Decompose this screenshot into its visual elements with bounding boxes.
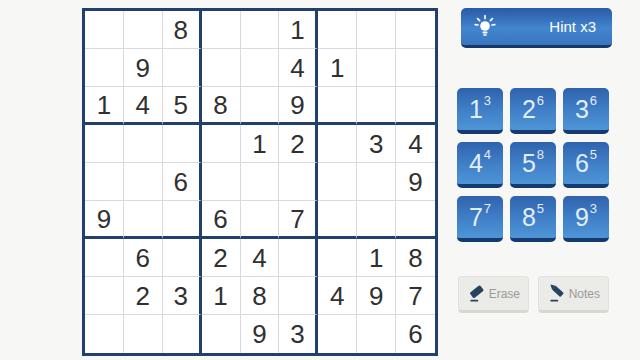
cell-r2c6[interactable]: 4 bbox=[279, 49, 318, 87]
cell-r1c5[interactable] bbox=[241, 11, 280, 49]
cell-r9c7[interactable] bbox=[318, 315, 357, 353]
numpad-remaining-count: 4 bbox=[484, 148, 491, 161]
cell-r3c1[interactable]: 1 bbox=[85, 87, 124, 125]
hint-button[interactable]: Hint x3 bbox=[461, 8, 612, 48]
numpad-button-5[interactable]: 58 bbox=[510, 142, 556, 188]
cell-r8c4[interactable]: 1 bbox=[202, 277, 241, 315]
numpad-button-2[interactable]: 26 bbox=[510, 88, 556, 134]
cell-r9c2[interactable] bbox=[124, 315, 163, 353]
cell-r7c9[interactable]: 8 bbox=[396, 239, 435, 277]
cell-r9c3[interactable] bbox=[163, 315, 202, 353]
numpad-digit: 6 bbox=[575, 151, 589, 176]
numpad-button-6[interactable]: 65 bbox=[563, 142, 609, 188]
cell-r9c9[interactable]: 6 bbox=[396, 315, 435, 353]
cell-r6c5[interactable] bbox=[241, 201, 280, 239]
number-pad: 132636445865778593 bbox=[457, 88, 609, 242]
cell-r7c1[interactable] bbox=[85, 239, 124, 277]
cell-r9c6[interactable]: 3 bbox=[279, 315, 318, 353]
cell-r3c8[interactable] bbox=[357, 87, 396, 125]
cell-r1c3[interactable]: 8 bbox=[163, 11, 202, 49]
hint-label: Hint x3 bbox=[549, 18, 596, 35]
cell-r3c7[interactable] bbox=[318, 87, 357, 125]
numpad-digit: 4 bbox=[469, 151, 483, 176]
cell-r3c3[interactable]: 5 bbox=[163, 87, 202, 125]
lightbulb-icon bbox=[473, 15, 497, 39]
cell-r7c7[interactable] bbox=[318, 239, 357, 277]
cell-r4c9[interactable]: 4 bbox=[396, 125, 435, 163]
numpad-digit: 7 bbox=[469, 205, 483, 230]
cell-r6c8[interactable] bbox=[357, 201, 396, 239]
numpad-button-4[interactable]: 44 bbox=[457, 142, 503, 188]
cell-r8c9[interactable]: 7 bbox=[396, 277, 435, 315]
cell-r2c7[interactable]: 1 bbox=[318, 49, 357, 87]
cell-r7c5[interactable]: 4 bbox=[241, 239, 280, 277]
cell-r3c9[interactable] bbox=[396, 87, 435, 125]
cell-r3c2[interactable]: 4 bbox=[124, 87, 163, 125]
cell-r5c3[interactable]: 6 bbox=[163, 163, 202, 201]
cell-r7c3[interactable] bbox=[163, 239, 202, 277]
numpad-remaining-count: 3 bbox=[590, 202, 597, 215]
numpad-digit: 9 bbox=[575, 205, 589, 230]
numpad-digit: 5 bbox=[522, 151, 536, 176]
numpad-button-7[interactable]: 77 bbox=[457, 196, 503, 242]
eraser-icon bbox=[466, 282, 489, 306]
notes-button[interactable]: Notes bbox=[538, 276, 609, 313]
cell-r5c5[interactable] bbox=[241, 163, 280, 201]
cell-r3c6[interactable]: 9 bbox=[279, 87, 318, 125]
sudoku-board: 8194114589123469967624182318497936 bbox=[82, 8, 438, 356]
cell-r1c1[interactable] bbox=[85, 11, 124, 49]
numpad-button-9[interactable]: 93 bbox=[563, 196, 609, 242]
cell-r1c8[interactable] bbox=[357, 11, 396, 49]
cell-r5c7[interactable] bbox=[318, 163, 357, 201]
cell-r5c4[interactable] bbox=[202, 163, 241, 201]
numpad-remaining-count: 5 bbox=[537, 202, 544, 215]
numpad-remaining-count: 3 bbox=[484, 94, 491, 107]
cell-r9c5[interactable]: 9 bbox=[241, 315, 280, 353]
numpad-remaining-count: 8 bbox=[537, 148, 544, 161]
numpad-button-3[interactable]: 36 bbox=[563, 88, 609, 134]
cell-r6c2[interactable] bbox=[124, 201, 163, 239]
cell-r7c8[interactable]: 1 bbox=[357, 239, 396, 277]
cell-r8c5[interactable]: 8 bbox=[241, 277, 280, 315]
cell-r3c5[interactable] bbox=[241, 87, 280, 125]
cell-r6c3[interactable] bbox=[163, 201, 202, 239]
cell-r1c4[interactable] bbox=[202, 11, 241, 49]
erase-label: Erase bbox=[489, 287, 520, 301]
cell-r2c1[interactable] bbox=[85, 49, 124, 87]
cell-r9c1[interactable] bbox=[85, 315, 124, 353]
numpad-button-1[interactable]: 13 bbox=[457, 88, 503, 134]
cell-r6c7[interactable] bbox=[318, 201, 357, 239]
cell-r4c4[interactable] bbox=[202, 125, 241, 163]
numpad-remaining-count: 5 bbox=[590, 148, 597, 161]
cell-r2c2[interactable]: 9 bbox=[124, 49, 163, 87]
cell-r4c1[interactable] bbox=[85, 125, 124, 163]
cell-r2c8[interactable] bbox=[357, 49, 396, 87]
cell-r9c8[interactable] bbox=[357, 315, 396, 353]
cell-r9c4[interactable] bbox=[202, 315, 241, 353]
cell-r8c6[interactable] bbox=[279, 277, 318, 315]
cell-r1c9[interactable] bbox=[396, 11, 435, 49]
cell-r6c4[interactable]: 6 bbox=[202, 201, 241, 239]
cell-r7c2[interactable]: 6 bbox=[124, 239, 163, 277]
cell-r5c9[interactable]: 9 bbox=[396, 163, 435, 201]
pencil-icon bbox=[546, 282, 569, 306]
cell-r2c3[interactable] bbox=[163, 49, 202, 87]
numpad-remaining-count: 6 bbox=[590, 94, 597, 107]
numpad-digit: 8 bbox=[522, 205, 536, 230]
cell-r4c7[interactable] bbox=[318, 125, 357, 163]
cell-r8c7[interactable]: 4 bbox=[318, 277, 357, 315]
numpad-digit: 1 bbox=[469, 97, 483, 122]
cell-r4c6[interactable]: 2 bbox=[279, 125, 318, 163]
numpad-digit: 3 bbox=[575, 97, 589, 122]
cell-r5c8[interactable] bbox=[357, 163, 396, 201]
cell-r4c3[interactable] bbox=[163, 125, 202, 163]
numpad-remaining-count: 7 bbox=[484, 202, 491, 215]
cell-r8c3[interactable]: 3 bbox=[163, 277, 202, 315]
cell-r1c7[interactable] bbox=[318, 11, 357, 49]
cell-r5c2[interactable] bbox=[124, 163, 163, 201]
notes-label: Notes bbox=[569, 287, 600, 301]
cell-r7c6[interactable] bbox=[279, 239, 318, 277]
cell-r5c1[interactable] bbox=[85, 163, 124, 201]
cell-r6c6[interactable]: 7 bbox=[279, 201, 318, 239]
cell-r8c8[interactable]: 9 bbox=[357, 277, 396, 315]
cell-r6c1[interactable]: 9 bbox=[85, 201, 124, 239]
cell-r7c4[interactable]: 2 bbox=[202, 239, 241, 277]
cell-r5c6[interactable] bbox=[279, 163, 318, 201]
cell-r4c2[interactable] bbox=[124, 125, 163, 163]
numpad-remaining-count: 6 bbox=[537, 94, 544, 107]
numpad-button-8[interactable]: 85 bbox=[510, 196, 556, 242]
cell-r1c6[interactable]: 1 bbox=[279, 11, 318, 49]
cell-r2c4[interactable] bbox=[202, 49, 241, 87]
cell-r6c9[interactable] bbox=[396, 201, 435, 239]
cell-r4c5[interactable]: 1 bbox=[241, 125, 280, 163]
cell-r4c8[interactable]: 3 bbox=[357, 125, 396, 163]
cell-r8c2[interactable]: 2 bbox=[124, 277, 163, 315]
numpad-digit: 2 bbox=[522, 97, 536, 122]
erase-button[interactable]: Erase bbox=[458, 276, 529, 313]
cell-r1c2[interactable] bbox=[124, 11, 163, 49]
cell-r8c1[interactable] bbox=[85, 277, 124, 315]
cell-r2c5[interactable] bbox=[241, 49, 280, 87]
cell-r2c9[interactable] bbox=[396, 49, 435, 87]
cell-r3c4[interactable]: 8 bbox=[202, 87, 241, 125]
